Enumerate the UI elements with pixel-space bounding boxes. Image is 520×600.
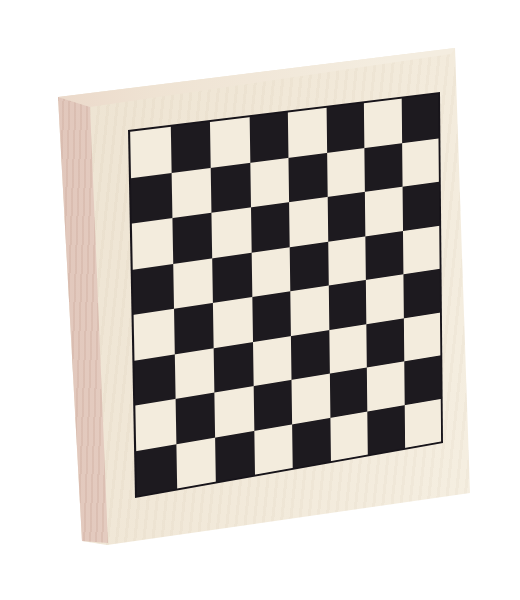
board-square bbox=[135, 399, 176, 451]
board-square bbox=[130, 127, 171, 178]
board-square bbox=[401, 94, 438, 143]
board-square bbox=[365, 231, 403, 280]
board-square bbox=[173, 303, 213, 354]
board-square bbox=[250, 157, 289, 207]
board-square bbox=[172, 213, 212, 264]
board-square bbox=[211, 162, 251, 212]
board-square bbox=[252, 291, 291, 341]
board-square bbox=[364, 99, 402, 148]
board-square bbox=[176, 437, 216, 488]
board-square bbox=[210, 117, 250, 167]
board-square bbox=[402, 138, 439, 187]
board-square bbox=[249, 113, 288, 163]
board-square bbox=[132, 218, 173, 269]
board-square bbox=[251, 247, 290, 297]
board-square bbox=[329, 324, 367, 374]
board-square bbox=[327, 192, 365, 241]
board-square bbox=[171, 167, 211, 218]
board-square bbox=[253, 336, 292, 387]
board-square bbox=[330, 411, 368, 461]
board-square bbox=[175, 393, 215, 444]
board-square bbox=[403, 312, 440, 361]
board-square bbox=[366, 274, 404, 323]
board-square bbox=[292, 374, 330, 424]
board-square bbox=[288, 152, 327, 202]
checkerboard bbox=[128, 92, 443, 498]
board-square bbox=[290, 241, 329, 291]
board-square bbox=[364, 143, 402, 192]
board-square bbox=[365, 187, 403, 236]
board-square bbox=[213, 297, 253, 348]
board-square bbox=[404, 399, 441, 448]
board-square bbox=[367, 361, 404, 411]
board-square bbox=[174, 348, 214, 399]
board-square bbox=[173, 258, 213, 309]
board-square bbox=[290, 286, 329, 336]
board-square bbox=[288, 108, 327, 158]
board-square bbox=[403, 269, 440, 318]
board-square bbox=[326, 103, 364, 152]
board-square bbox=[211, 207, 251, 257]
board-square bbox=[136, 444, 176, 496]
board-square bbox=[328, 280, 366, 330]
board-square bbox=[367, 405, 404, 455]
board-square bbox=[291, 330, 329, 380]
board-square bbox=[292, 417, 330, 467]
board-square bbox=[250, 202, 289, 252]
board-square bbox=[212, 252, 252, 303]
board-square bbox=[214, 342, 254, 393]
board-square bbox=[134, 309, 175, 360]
board-square bbox=[254, 424, 293, 475]
board-square bbox=[366, 318, 403, 368]
board-square bbox=[214, 386, 253, 437]
board-square bbox=[134, 354, 175, 406]
board-square bbox=[402, 182, 439, 231]
board-square bbox=[328, 236, 366, 286]
board-square bbox=[329, 367, 367, 417]
board-square bbox=[403, 225, 440, 274]
board-square bbox=[404, 355, 441, 404]
board-square bbox=[170, 122, 210, 173]
board-square bbox=[253, 380, 292, 431]
board-square bbox=[215, 431, 254, 482]
board-square bbox=[289, 197, 328, 247]
product-photo bbox=[0, 0, 520, 600]
board-square bbox=[131, 173, 172, 224]
board-square bbox=[133, 264, 174, 315]
board-square bbox=[327, 148, 365, 197]
